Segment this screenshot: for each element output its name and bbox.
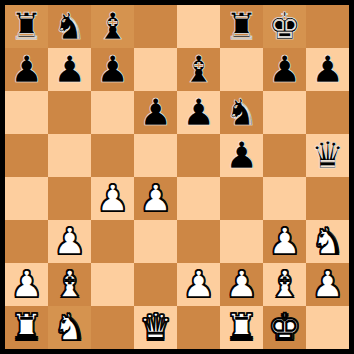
- piece-black-pawn[interactable]: ♟: [53, 48, 86, 91]
- piece-black-knight[interactable]: ♞: [225, 91, 258, 134]
- square-e4[interactable]: [177, 177, 220, 220]
- piece-black-bishop[interactable]: ♝: [96, 5, 129, 48]
- piece-black-rook[interactable]: ♜: [10, 5, 43, 48]
- piece-black-pawn[interactable]: ♟: [268, 48, 301, 91]
- square-c3[interactable]: [91, 220, 134, 263]
- square-e2[interactable]: ♟: [177, 263, 220, 306]
- square-f7[interactable]: [220, 48, 263, 91]
- piece-white-queen[interactable]: ♛: [139, 306, 172, 349]
- piece-white-pawn[interactable]: ♟: [268, 220, 301, 263]
- piece-black-rook[interactable]: ♜: [225, 5, 258, 48]
- square-b7[interactable]: ♟: [48, 48, 91, 91]
- square-f8[interactable]: ♜: [220, 5, 263, 48]
- piece-black-bishop[interactable]: ♝: [182, 48, 215, 91]
- piece-black-pawn[interactable]: ♟: [182, 91, 215, 134]
- square-e6[interactable]: ♟: [177, 91, 220, 134]
- square-f2[interactable]: ♟: [220, 263, 263, 306]
- square-h2[interactable]: ♟: [306, 263, 349, 306]
- square-d5[interactable]: [134, 134, 177, 177]
- square-c6[interactable]: [91, 91, 134, 134]
- square-e7[interactable]: ♝: [177, 48, 220, 91]
- piece-black-pawn[interactable]: ♟: [10, 48, 43, 91]
- square-a1[interactable]: ♜: [5, 306, 48, 349]
- square-d8[interactable]: [134, 5, 177, 48]
- square-b1[interactable]: ♞: [48, 306, 91, 349]
- piece-black-king[interactable]: ♚: [268, 5, 301, 48]
- square-c4[interactable]: ♟: [91, 177, 134, 220]
- square-f1[interactable]: ♜: [220, 306, 263, 349]
- square-f3[interactable]: [220, 220, 263, 263]
- square-d6[interactable]: ♟: [134, 91, 177, 134]
- square-a3[interactable]: [5, 220, 48, 263]
- square-h5[interactable]: ♛: [306, 134, 349, 177]
- square-f5[interactable]: ♟: [220, 134, 263, 177]
- square-d1[interactable]: ♛: [134, 306, 177, 349]
- piece-white-knight[interactable]: ♞: [53, 306, 86, 349]
- piece-white-bishop[interactable]: ♝: [268, 263, 301, 306]
- square-c7[interactable]: ♟: [91, 48, 134, 91]
- piece-white-rook[interactable]: ♜: [10, 306, 43, 349]
- square-d2[interactable]: [134, 263, 177, 306]
- square-f4[interactable]: [220, 177, 263, 220]
- square-g8[interactable]: ♚: [263, 5, 306, 48]
- square-b3[interactable]: ♟: [48, 220, 91, 263]
- square-h8[interactable]: [306, 5, 349, 48]
- piece-white-king[interactable]: ♚: [268, 306, 301, 349]
- square-g2[interactable]: ♝: [263, 263, 306, 306]
- square-f6[interactable]: ♞: [220, 91, 263, 134]
- square-e8[interactable]: [177, 5, 220, 48]
- piece-black-queen[interactable]: ♛: [311, 134, 344, 177]
- piece-white-pawn[interactable]: ♟: [139, 177, 172, 220]
- square-b2[interactable]: ♝: [48, 263, 91, 306]
- piece-white-pawn[interactable]: ♟: [10, 263, 43, 306]
- square-d7[interactable]: [134, 48, 177, 91]
- piece-black-pawn[interactable]: ♟: [139, 91, 172, 134]
- square-a7[interactable]: ♟: [5, 48, 48, 91]
- square-d3[interactable]: [134, 220, 177, 263]
- piece-white-pawn[interactable]: ♟: [53, 220, 86, 263]
- piece-white-pawn[interactable]: ♟: [96, 177, 129, 220]
- piece-white-pawn[interactable]: ♟: [311, 263, 344, 306]
- square-d4[interactable]: ♟: [134, 177, 177, 220]
- square-b8[interactable]: ♞: [48, 5, 91, 48]
- square-c2[interactable]: [91, 263, 134, 306]
- square-e5[interactable]: [177, 134, 220, 177]
- square-a4[interactable]: [5, 177, 48, 220]
- square-e1[interactable]: [177, 306, 220, 349]
- square-h6[interactable]: [306, 91, 349, 134]
- piece-white-bishop[interactable]: ♝: [53, 263, 86, 306]
- square-a6[interactable]: [5, 91, 48, 134]
- square-e3[interactable]: [177, 220, 220, 263]
- square-c8[interactable]: ♝: [91, 5, 134, 48]
- square-b6[interactable]: [48, 91, 91, 134]
- piece-black-pawn[interactable]: ♟: [96, 48, 129, 91]
- piece-black-knight[interactable]: ♞: [53, 5, 86, 48]
- square-g7[interactable]: ♟: [263, 48, 306, 91]
- square-a2[interactable]: ♟: [5, 263, 48, 306]
- piece-white-pawn[interactable]: ♟: [225, 263, 258, 306]
- square-g1[interactable]: ♚: [263, 306, 306, 349]
- chess-board: ♜♞♝♜♚♟♟♟♝♟♟♟♟♞♟♛♟♟♟♟♞♟♝♟♟♝♟♜♞♛♜♚: [5, 5, 349, 349]
- square-a8[interactable]: ♜: [5, 5, 48, 48]
- square-h4[interactable]: [306, 177, 349, 220]
- square-h1[interactable]: [306, 306, 349, 349]
- piece-white-pawn[interactable]: ♟: [182, 263, 215, 306]
- square-h7[interactable]: ♟: [306, 48, 349, 91]
- piece-black-pawn[interactable]: ♟: [311, 48, 344, 91]
- square-b4[interactable]: [48, 177, 91, 220]
- square-c1[interactable]: [91, 306, 134, 349]
- square-g4[interactable]: [263, 177, 306, 220]
- square-b5[interactable]: [48, 134, 91, 177]
- board-frame: ♜♞♝♜♚♟♟♟♝♟♟♟♟♞♟♛♟♟♟♟♞♟♝♟♟♝♟♜♞♛♜♚: [0, 0, 354, 354]
- piece-white-knight[interactable]: ♞: [311, 220, 344, 263]
- square-h3[interactable]: ♞: [306, 220, 349, 263]
- square-g5[interactable]: [263, 134, 306, 177]
- square-g3[interactable]: ♟: [263, 220, 306, 263]
- square-g6[interactable]: [263, 91, 306, 134]
- square-a5[interactable]: [5, 134, 48, 177]
- piece-white-rook[interactable]: ♜: [225, 306, 258, 349]
- square-c5[interactable]: [91, 134, 134, 177]
- piece-black-pawn[interactable]: ♟: [225, 134, 258, 177]
